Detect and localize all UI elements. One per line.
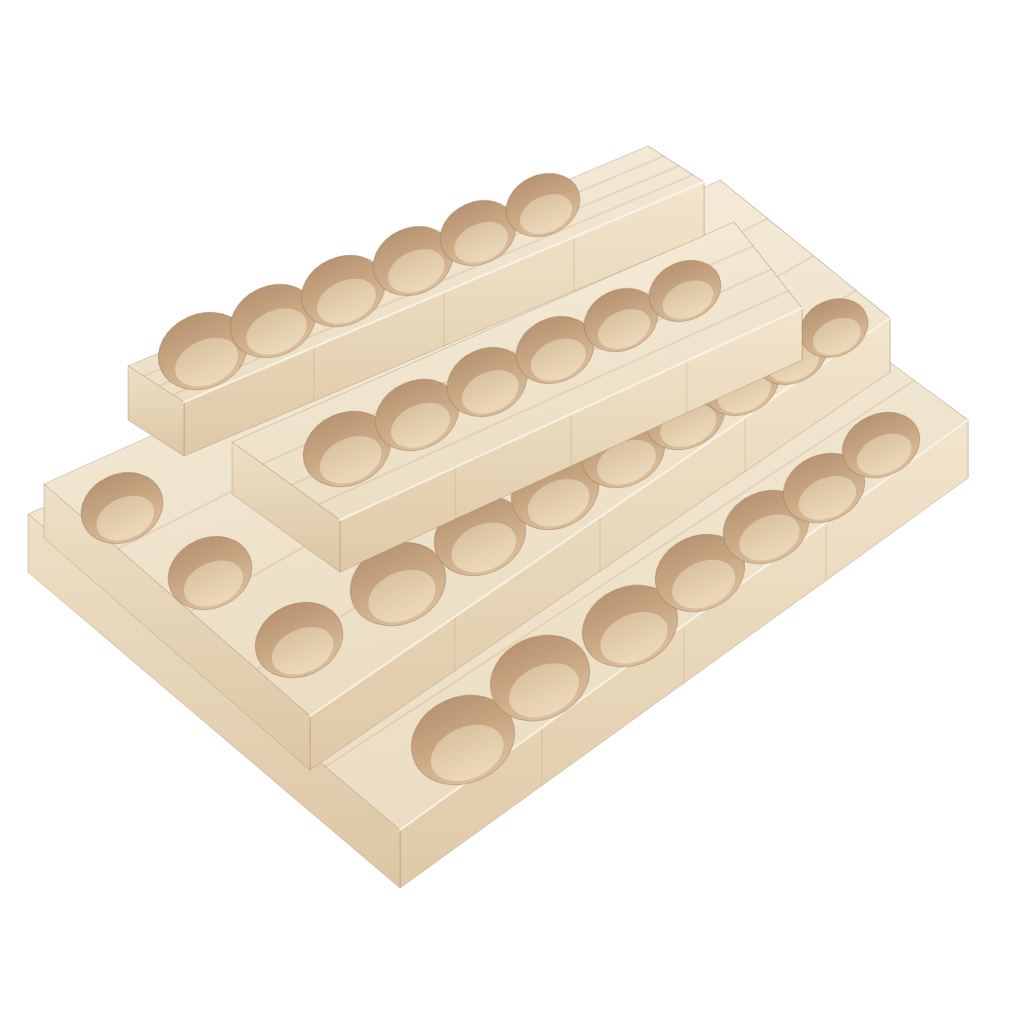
product-photo-scene [0,0,1024,1024]
wooden-display-stand [0,0,1024,1024]
